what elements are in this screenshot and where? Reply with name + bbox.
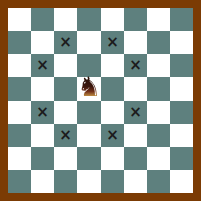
- square-g3[interactable]: [147, 124, 170, 147]
- square-d5[interactable]: ♞: [77, 77, 101, 100]
- square-g8[interactable]: [147, 8, 170, 31]
- square-e3[interactable]: ×: [101, 124, 124, 147]
- square-g4[interactable]: [147, 101, 170, 124]
- square-a2[interactable]: [8, 147, 31, 170]
- square-e7[interactable]: ×: [101, 31, 124, 54]
- move-mark: ×: [106, 35, 119, 50]
- square-f5[interactable]: [124, 77, 147, 100]
- square-b3[interactable]: [31, 124, 54, 147]
- square-h3[interactable]: [170, 124, 193, 147]
- square-c5[interactable]: [54, 77, 77, 100]
- square-f3[interactable]: [124, 124, 147, 147]
- square-d7[interactable]: [77, 31, 101, 54]
- square-d1[interactable]: [77, 170, 101, 193]
- square-g1[interactable]: [147, 170, 170, 193]
- square-d4[interactable]: [77, 101, 101, 124]
- square-f8[interactable]: [124, 8, 147, 31]
- move-mark: ×: [59, 128, 72, 143]
- square-c4[interactable]: [54, 101, 77, 124]
- square-h8[interactable]: [170, 8, 193, 31]
- square-h5[interactable]: [170, 77, 193, 100]
- chess-board: ××××♞××××: [8, 8, 193, 193]
- square-a5[interactable]: [8, 77, 31, 100]
- move-mark: ×: [106, 128, 119, 143]
- square-h7[interactable]: [170, 31, 193, 54]
- square-a8[interactable]: [8, 8, 31, 31]
- square-g5[interactable]: [147, 77, 170, 100]
- square-b2[interactable]: [31, 147, 54, 170]
- square-d8[interactable]: [77, 8, 101, 31]
- square-c6[interactable]: [54, 54, 77, 77]
- square-c7[interactable]: ×: [54, 31, 77, 54]
- square-h6[interactable]: [170, 54, 193, 77]
- move-mark: ×: [36, 58, 49, 73]
- square-e5[interactable]: [101, 77, 124, 100]
- square-e6[interactable]: [101, 54, 124, 77]
- square-b1[interactable]: [31, 170, 54, 193]
- square-b8[interactable]: [31, 8, 54, 31]
- move-mark: ×: [129, 58, 142, 73]
- move-mark: ×: [59, 35, 72, 50]
- square-b5[interactable]: [31, 77, 54, 100]
- square-b4[interactable]: ×: [31, 101, 54, 124]
- move-mark: ×: [129, 105, 142, 120]
- square-f6[interactable]: ×: [124, 54, 147, 77]
- square-c1[interactable]: [54, 170, 77, 193]
- square-c3[interactable]: ×: [54, 124, 77, 147]
- square-f1[interactable]: [124, 170, 147, 193]
- square-a4[interactable]: [8, 101, 31, 124]
- square-h4[interactable]: [170, 101, 193, 124]
- square-g7[interactable]: [147, 31, 170, 54]
- square-e1[interactable]: [101, 170, 124, 193]
- square-g2[interactable]: [147, 147, 170, 170]
- square-h1[interactable]: [170, 170, 193, 193]
- square-d2[interactable]: [77, 147, 101, 170]
- square-b7[interactable]: [31, 31, 54, 54]
- square-a1[interactable]: [8, 170, 31, 193]
- square-g6[interactable]: [147, 54, 170, 77]
- move-mark: ×: [36, 105, 49, 120]
- square-c8[interactable]: [54, 8, 77, 31]
- square-e4[interactable]: [101, 101, 124, 124]
- square-a3[interactable]: [8, 124, 31, 147]
- square-f2[interactable]: [124, 147, 147, 170]
- square-e2[interactable]: [101, 147, 124, 170]
- square-a6[interactable]: [8, 54, 31, 77]
- square-b6[interactable]: ×: [31, 54, 54, 77]
- square-d3[interactable]: [77, 124, 101, 147]
- square-f7[interactable]: [124, 31, 147, 54]
- dark-knight-piece[interactable]: ♞: [77, 73, 101, 100]
- square-c2[interactable]: [54, 147, 77, 170]
- square-a7[interactable]: [8, 31, 31, 54]
- square-e8[interactable]: [101, 8, 124, 31]
- board-frame: ××××♞××××: [0, 0, 201, 201]
- square-f4[interactable]: ×: [124, 101, 147, 124]
- square-h2[interactable]: [170, 147, 193, 170]
